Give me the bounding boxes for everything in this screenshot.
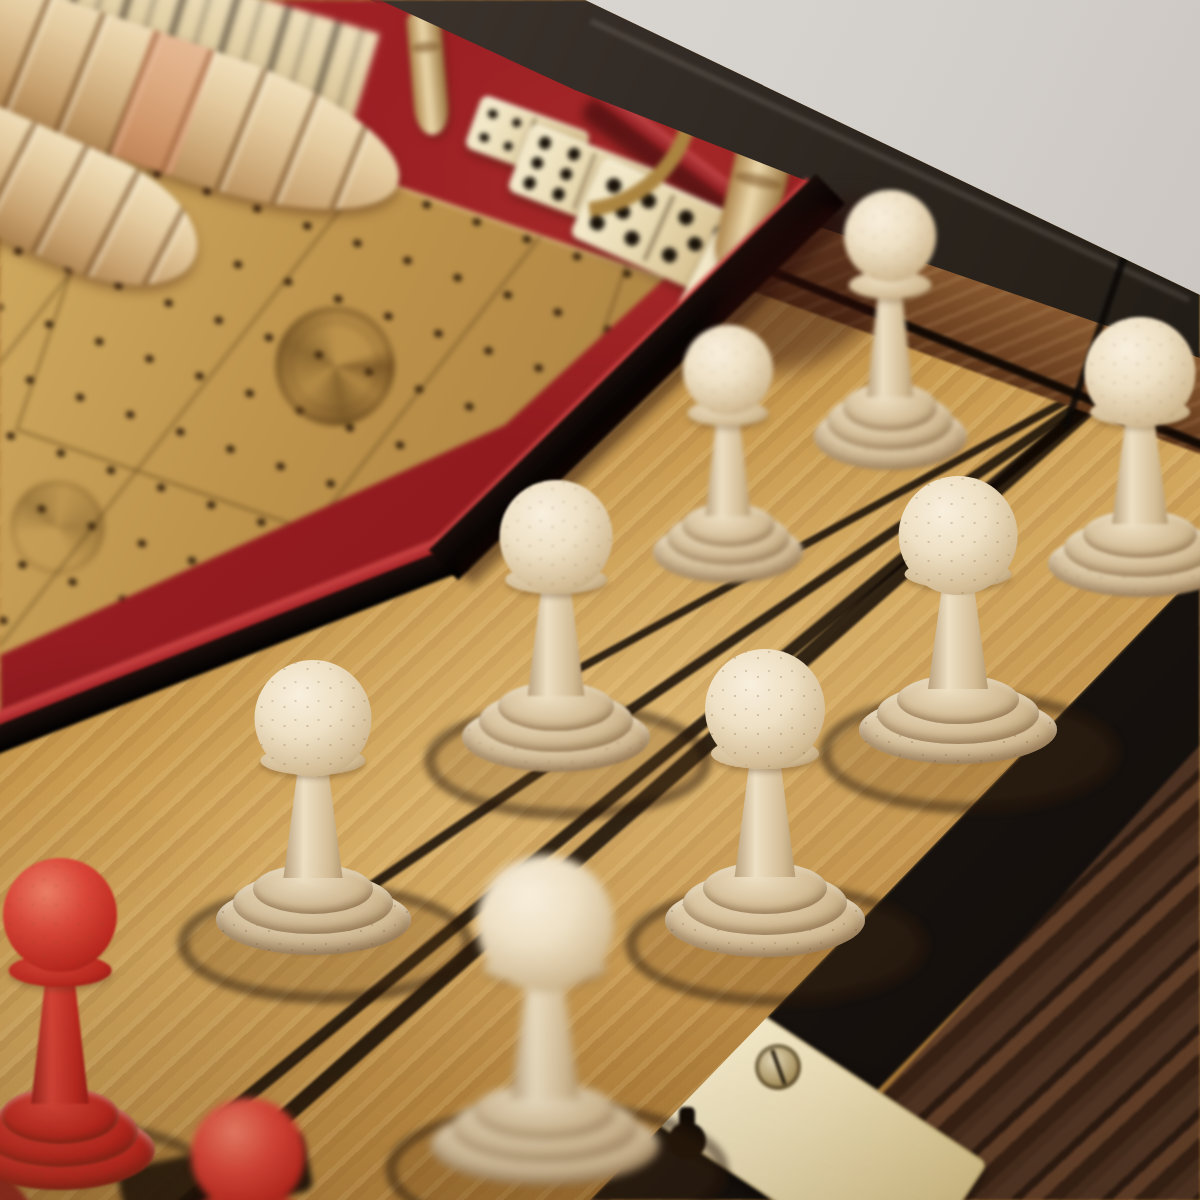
pawn-head [705, 649, 825, 769]
white-pawn-6 [216, 660, 411, 955]
stained-disc [110, 30, 215, 176]
pawn-head [500, 480, 613, 593]
engraved-scroll [10, 480, 105, 575]
pawn-head [844, 190, 936, 282]
pawn-head [3, 858, 117, 972]
domino-pip [660, 246, 679, 265]
red-pawn-2 [153, 1098, 343, 1200]
white-pawn-5 [859, 476, 1057, 764]
white-pawn-4 [462, 480, 650, 772]
peg-ring [411, 41, 440, 54]
white-pawn-2 [814, 190, 967, 470]
domino-pip [622, 229, 641, 248]
white-pawn-3 [1048, 317, 1200, 597]
pawn-head [477, 855, 614, 992]
white-pawn-8 [431, 855, 659, 1185]
white-pawn-7 [665, 649, 865, 957]
pawn-head [1085, 317, 1196, 428]
domino-pip [677, 208, 696, 227]
engraved-rosette [275, 306, 395, 426]
domino-pip [685, 234, 704, 253]
pawn-head [683, 325, 773, 415]
pawn-head [255, 660, 372, 777]
games-compendium-photo [0, 0, 1200, 1200]
pawn-head [899, 476, 1018, 595]
peg-ring [734, 170, 782, 191]
screw-slot [770, 1049, 786, 1085]
red-pawn-1 [0, 858, 155, 1190]
pawn-head [191, 1098, 305, 1200]
white-pawn-1 [653, 325, 803, 583]
lock-screw [755, 1044, 801, 1090]
